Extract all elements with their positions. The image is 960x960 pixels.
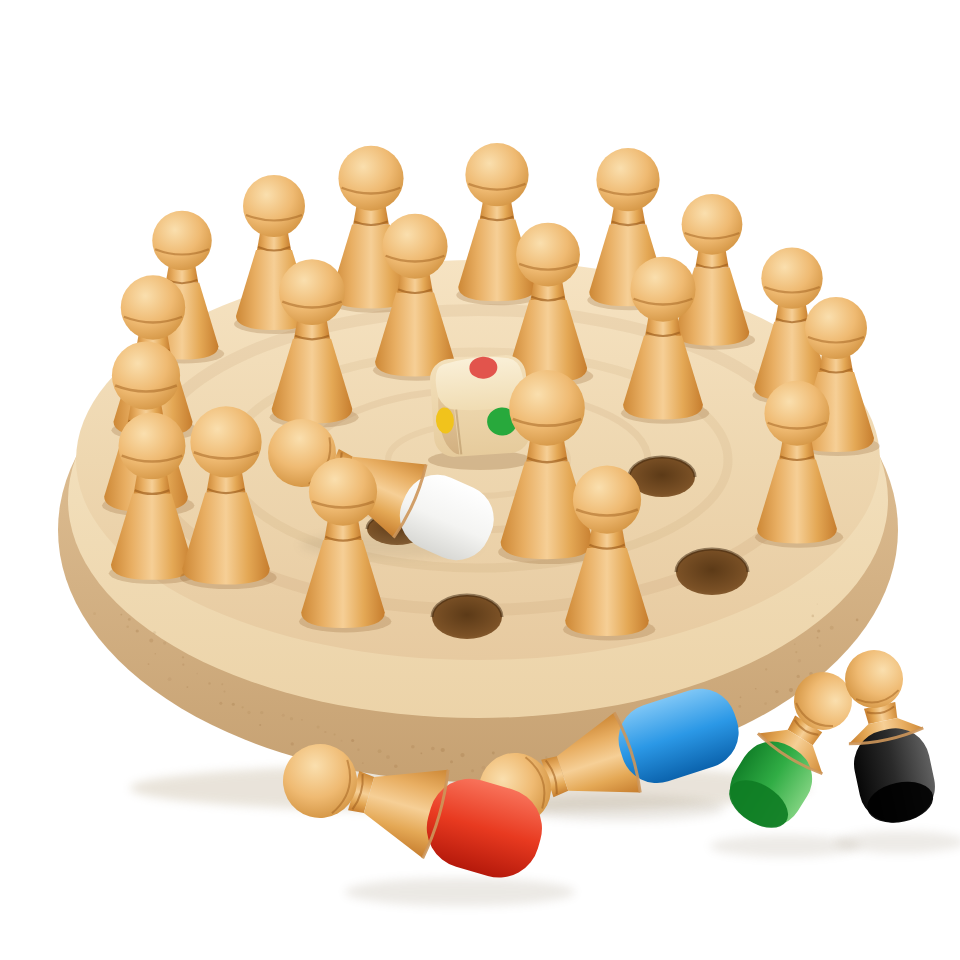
rim-speckle — [797, 675, 800, 678]
peg-head — [243, 175, 305, 237]
rim-speckle — [291, 742, 294, 745]
rim-speckle — [362, 762, 364, 764]
rim-speckle — [224, 691, 226, 693]
peg-head — [630, 257, 695, 322]
memory-chess-scene — [0, 0, 960, 960]
peg-head — [309, 458, 377, 526]
peg-head — [190, 406, 261, 477]
rim-speckle — [431, 747, 435, 751]
rim-speckle — [351, 739, 354, 742]
rim-speckle — [411, 745, 415, 749]
rim-speckle — [149, 639, 153, 643]
rim-speckle — [259, 724, 261, 726]
peg-head — [805, 297, 867, 359]
stick-shadow — [835, 831, 960, 853]
peg-head — [509, 370, 585, 446]
rim-speckle — [93, 612, 96, 615]
rim-speckle — [819, 645, 821, 647]
peg-head — [119, 412, 186, 479]
rim-speckle — [545, 756, 547, 758]
rim-speckle — [471, 769, 474, 772]
peg-head — [279, 259, 345, 325]
rim-speckle — [394, 765, 397, 768]
rim-speckle — [219, 702, 222, 705]
rim-speckle — [208, 682, 210, 684]
rim-speckle — [450, 760, 453, 763]
peg-head — [573, 466, 641, 534]
rim-speckle — [765, 668, 767, 670]
rim-speckle — [242, 706, 244, 708]
rim-speckle — [817, 603, 818, 604]
rim-speckle — [789, 688, 793, 692]
rim-speckle — [120, 614, 122, 616]
rim-speckle — [282, 714, 285, 717]
rim-speckle — [386, 755, 390, 759]
rim-speckle — [482, 766, 486, 770]
rim-speckle — [341, 740, 343, 742]
rim-speckle — [334, 734, 336, 736]
peg-head — [764, 381, 829, 446]
rim-speckle — [357, 749, 359, 751]
rim-speckle — [492, 752, 495, 755]
rim-speckle — [128, 618, 131, 621]
rim-speckle — [421, 752, 423, 754]
peg-head — [382, 214, 447, 279]
peg-head — [112, 342, 180, 410]
stick-black[interactable] — [831, 643, 942, 830]
rim-speckle — [148, 663, 150, 665]
stick-shadow — [345, 878, 575, 906]
rim-speckle — [798, 659, 802, 663]
rim-speckle — [126, 626, 129, 629]
rim-speckle — [755, 688, 757, 690]
peg-head — [761, 247, 822, 308]
rim-speckle — [317, 726, 320, 729]
peg-hole — [432, 595, 502, 639]
rim-speckle — [163, 642, 166, 645]
peg-head — [516, 223, 580, 287]
rim-speckle — [247, 711, 250, 714]
scene-svg — [0, 0, 960, 960]
rim-speckle — [856, 619, 859, 622]
rim-speckle — [441, 748, 445, 752]
rim-speckle — [812, 615, 815, 618]
rim-speckle — [196, 673, 198, 675]
rim-speckle — [290, 717, 293, 720]
peg-head — [152, 211, 212, 271]
rim-speckle — [301, 719, 303, 721]
rim-speckle — [764, 702, 767, 705]
rim-speckle — [775, 690, 778, 693]
peg-hole — [676, 549, 748, 595]
rim-speckle — [182, 656, 184, 658]
rim-speckle — [460, 753, 464, 757]
rim-speckle — [324, 731, 326, 733]
rim-speckle — [740, 697, 742, 699]
rim-speckle — [830, 626, 834, 630]
peg-head — [465, 143, 528, 206]
rim-speckle — [221, 683, 223, 685]
rim-speckle — [378, 749, 382, 753]
rim-speckle — [187, 686, 189, 688]
rim-speckle — [182, 664, 184, 666]
rim-speckle — [794, 643, 796, 645]
rim-speckle — [232, 703, 235, 706]
rim-speckle — [795, 651, 797, 653]
standing-peg-1[interactable] — [456, 143, 542, 305]
peg-head — [682, 194, 743, 255]
rim-speckle — [738, 705, 741, 708]
rim-speckle — [136, 629, 139, 632]
rim-speckle — [817, 629, 820, 632]
rim-speckle — [153, 631, 156, 634]
peg-head — [596, 148, 659, 211]
rim-speckle — [260, 711, 263, 714]
stick-shadow — [710, 835, 860, 857]
peg-head — [338, 146, 403, 211]
peg-head — [121, 275, 185, 339]
rim-speckle — [817, 637, 819, 639]
rim-speckle — [155, 653, 156, 654]
rim-speckle — [168, 677, 172, 681]
